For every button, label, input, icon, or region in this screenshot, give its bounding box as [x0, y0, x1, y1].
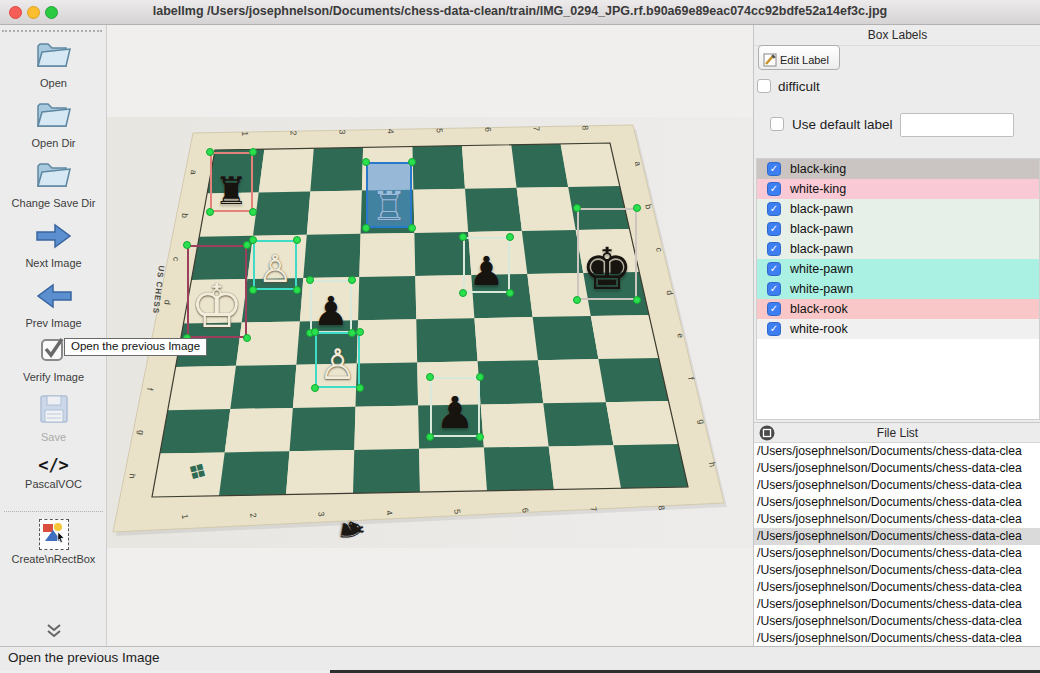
board-square	[219, 451, 290, 496]
box-corner-handle[interactable]	[506, 289, 514, 297]
box-corner-handle[interactable]	[408, 224, 416, 232]
board-square	[303, 234, 360, 278]
box-corner-handle[interactable]	[506, 233, 514, 241]
toolbar-button-next-image[interactable]: Next Image	[0, 222, 107, 269]
toolbar-separator	[4, 511, 103, 512]
board-square	[286, 450, 354, 495]
board-square	[511, 144, 568, 188]
box-corner-handle[interactable]	[293, 286, 301, 294]
box-label-row-black-pawn[interactable]: ✓black-pawn	[757, 219, 1039, 239]
box-corner-handle[interactable]	[459, 289, 467, 297]
box-label-row-black-rook[interactable]: ✓black-rook	[757, 299, 1039, 319]
label-text: black-pawn	[790, 222, 853, 236]
fallen-knight-piece: ♞	[333, 514, 372, 547]
board-square	[474, 317, 538, 361]
right-panel: Box Labels Edit Label difficult Use defa…	[753, 25, 1040, 646]
save-floppy-icon	[39, 394, 69, 424]
board-square	[606, 401, 678, 445]
toolbar-button-open-dir[interactable]: Open Dir	[0, 98, 107, 149]
board-square	[225, 408, 293, 453]
label-visibility-checkbox[interactable]: ✓	[767, 182, 781, 196]
board-square	[168, 366, 236, 411]
board-square	[359, 233, 415, 277]
board-square	[478, 360, 544, 404]
box-corner-handle[interactable]	[249, 286, 257, 294]
file-list-row[interactable]: /Users/josephnelson/Documents/chess-data…	[754, 443, 1040, 460]
box-corner-handle[interactable]	[356, 384, 364, 392]
board-square	[290, 407, 356, 451]
app-window: labelImg /Users/josephnelson/Documents/c…	[0, 0, 1040, 673]
file-list[interactable]: /Users/josephnelson/Documents/chess-data…	[754, 443, 1040, 646]
box-corner-handle[interactable]	[306, 276, 314, 284]
toolbar: Open Open Dir Change Save Dir Next Image	[0, 25, 107, 646]
box-label-row-white-pawn[interactable]: ✓white-pawn	[757, 259, 1039, 279]
toolbar-button-open[interactable]: Open	[0, 38, 107, 89]
toolbar-button-create-rectbox[interactable]: Create\nRectBox	[0, 519, 107, 565]
board-square	[598, 358, 668, 402]
box-corner-handle[interactable]	[249, 236, 257, 244]
file-list-row[interactable]: /Users/josephnelson/Documents/chess-data…	[754, 545, 1040, 562]
folder-icon	[32, 38, 76, 70]
arrow-left-icon	[35, 282, 73, 310]
board-square	[353, 449, 420, 494]
toolbar-label: PascalVOC	[0, 478, 107, 490]
label-text: black-rook	[790, 302, 848, 316]
box-corner-handle[interactable]	[633, 204, 641, 212]
board-square	[230, 365, 296, 409]
board-coordinate-label: 8	[580, 125, 590, 130]
toolbar-button-prev-image[interactable]: Prev Image	[0, 282, 107, 329]
box-corner-handle[interactable]	[362, 158, 370, 166]
board-square	[413, 146, 466, 190]
file-list-row[interactable]: /Users/josephnelson/Documents/chess-data…	[754, 477, 1040, 494]
board-square	[549, 445, 621, 489]
board-square	[160, 409, 230, 454]
board-coordinate-label: 4	[386, 129, 396, 134]
toolbar-label: Verify Image	[0, 371, 107, 383]
file-list-header: File List	[754, 422, 1040, 443]
board-square	[462, 145, 517, 189]
toolbar-label: Change Save Dir	[0, 197, 107, 209]
default-label-input[interactable]	[900, 113, 1014, 137]
bounding-box-white-pawn[interactable]	[315, 332, 360, 388]
file-list-title: File List	[754, 426, 1040, 440]
board-square	[538, 359, 606, 403]
box-corner-handle[interactable]	[426, 433, 434, 441]
board-square	[354, 406, 419, 450]
label-text: white-pawn	[790, 262, 853, 276]
board-coordinate-label: 1	[240, 131, 250, 136]
toolbar-button-change-save-dir[interactable]: Change Save Dir	[0, 158, 107, 209]
box-corner-handle[interactable]	[206, 208, 214, 216]
box-corner-handle[interactable]	[249, 148, 257, 156]
label-text: black-king	[790, 162, 846, 176]
bounding-box-black-king[interactable]	[577, 208, 637, 300]
board-square	[481, 403, 549, 447]
edit-pencil-icon	[763, 53, 777, 67]
box-corner-handle[interactable]	[573, 296, 581, 304]
status-bar: Open the previous Image	[0, 646, 1040, 671]
label-text: white-king	[790, 182, 846, 196]
file-list-row[interactable]: /Users/josephnelson/Documents/chess-data…	[754, 511, 1040, 528]
label-visibility-checkbox[interactable]: ✓	[767, 202, 781, 216]
board-square	[358, 276, 416, 320]
toolbar-more-button[interactable]	[0, 623, 107, 642]
bounding-box-black-pawn[interactable]	[310, 280, 352, 333]
title-bar: labelImg /Users/josephnelson/Documents/c…	[0, 0, 1040, 25]
bounding-box-white-rook-selected[interactable]	[366, 162, 412, 228]
toolbar-drag-handle[interactable]	[2, 30, 102, 32]
box-corner-handle[interactable]	[633, 296, 641, 304]
folder-open-icon	[32, 98, 76, 130]
box-corner-handle[interactable]	[348, 276, 356, 284]
double-chevron-down-icon	[46, 623, 62, 638]
toolbar-label: Create\nRectBox	[0, 553, 107, 565]
file-list-row[interactable]: /Users/josephnelson/Documents/chess-data…	[754, 579, 1040, 596]
board-square	[533, 316, 599, 360]
arrow-right-icon	[35, 222, 73, 250]
folder-save-icon	[32, 158, 76, 190]
box-corner-handle[interactable]	[459, 233, 467, 241]
box-labels-header: Box Labels	[754, 25, 1040, 46]
file-list-row-selected[interactable]: /Users/josephnelson/Documents/chess-data…	[754, 528, 1040, 545]
board-square	[253, 192, 310, 236]
label-visibility-checkbox[interactable]: ✓	[767, 262, 781, 276]
box-corner-handle[interactable]	[348, 329, 356, 337]
board-square	[416, 318, 477, 362]
box-label-row-white-king[interactable]: ✓white-king	[757, 179, 1039, 199]
file-list-row[interactable]: /Users/josephnelson/Documents/chess-data…	[754, 494, 1040, 511]
box-label-row-black-pawn[interactable]: ✓black-pawn	[757, 239, 1039, 259]
toolbar-label: Open Dir	[0, 137, 107, 149]
image-canvas[interactable]: 11aa22bb33cc44dd55ee66ff77gg88hhUS CHESS…	[107, 25, 753, 646]
board-square	[517, 187, 576, 231]
difficult-label: difficult	[778, 79, 820, 94]
box-corner-handle[interactable]	[206, 148, 214, 156]
board-square	[413, 189, 468, 233]
box-corner-handle[interactable]	[293, 236, 301, 244]
toolbar-button-pascalvoc[interactable]: </> PascalVOC	[0, 455, 107, 490]
board-coordinate-label: 6	[483, 127, 493, 132]
box-corner-handle[interactable]	[476, 433, 484, 441]
label-visibility-checkbox[interactable]: ✓	[767, 282, 781, 296]
board-coordinate-label: 7	[532, 126, 542, 131]
label-visibility-checkbox[interactable]: ✓	[767, 162, 781, 176]
board-square	[614, 444, 689, 488]
box-label-row-black-king[interactable]: ✓black-king	[757, 159, 1039, 179]
bounding-box-black-rook[interactable]	[210, 152, 253, 212]
board-square	[465, 188, 522, 232]
edit-label-button[interactable]: Edit Label	[758, 45, 840, 70]
file-list-row[interactable]: /Users/josephnelson/Documents/chess-data…	[754, 562, 1040, 579]
file-list-row[interactable]: /Users/josephnelson/Documents/chess-data…	[754, 460, 1040, 477]
board-coordinate-label: 2	[289, 130, 299, 135]
box-corner-handle[interactable]	[243, 334, 251, 342]
bounding-box-white-king[interactable]	[187, 245, 247, 338]
toolbar-label: Save	[0, 431, 107, 443]
difficult-checkbox[interactable]	[757, 79, 771, 93]
label-visibility-checkbox[interactable]: ✓	[767, 222, 781, 236]
toolbar-label: Open	[0, 77, 107, 89]
board-square	[484, 446, 554, 490]
file-list-row[interactable]: /Users/josephnelson/Documents/chess-data…	[754, 630, 1040, 646]
toolbar-label: Prev Image	[0, 317, 107, 329]
label-visibility-checkbox[interactable]: ✓	[767, 302, 781, 316]
board-square	[357, 319, 417, 363]
box-label-list[interactable]: ✓black-king✓white-king✓black-pawn✓black-…	[756, 158, 1040, 420]
box-label-row-white-rook[interactable]: ✓white-rook	[757, 319, 1039, 339]
bounding-box-black-pawn[interactable]	[430, 377, 480, 437]
board-square	[310, 147, 363, 191]
label-text: black-pawn	[790, 242, 853, 256]
file-list-row[interactable]: /Users/josephnelson/Documents/chess-data…	[754, 613, 1040, 630]
board-square	[259, 148, 314, 192]
box-corner-handle[interactable]	[362, 224, 370, 232]
board-square	[419, 448, 487, 492]
create-rectbox-icon	[39, 519, 69, 550]
file-list-row[interactable]: /Users/josephnelson/Documents/chess-data…	[754, 596, 1040, 613]
board-coordinate-label: 3	[337, 130, 347, 135]
tooltip: Open the previous Image	[64, 338, 207, 356]
window-title: labelImg /Users/josephnelson/Documents/c…	[0, 4, 1040, 18]
box-corner-handle[interactable]	[311, 328, 319, 336]
use-default-label-checkbox[interactable]	[770, 117, 784, 131]
box-corner-handle[interactable]	[408, 158, 416, 166]
toolbar-button-save[interactable]: Save	[0, 394, 107, 443]
label-visibility-checkbox[interactable]: ✓	[767, 322, 781, 336]
label-text: white-rook	[790, 322, 848, 336]
label-text: white-pawn	[790, 282, 853, 296]
board-square	[307, 191, 362, 235]
edit-label-text: Edit Label	[780, 54, 829, 66]
box-label-row-white-pawn[interactable]: ✓white-pawn	[757, 279, 1039, 299]
board-square	[591, 315, 659, 359]
box-corner-handle[interactable]	[183, 241, 191, 249]
box-corner-handle[interactable]	[476, 373, 484, 381]
board-square	[543, 402, 613, 446]
box-corner-handle[interactable]	[311, 384, 319, 392]
bounding-box-white-pawn[interactable]	[253, 240, 297, 290]
code-brackets-icon: </>	[0, 455, 107, 475]
box-corner-handle[interactable]	[426, 373, 434, 381]
board-square	[522, 230, 583, 274]
board-coordinate-label: 5	[434, 128, 444, 133]
toolbar-label: Next Image	[0, 257, 107, 269]
box-corner-handle[interactable]	[249, 208, 257, 216]
label-visibility-checkbox[interactable]: ✓	[767, 242, 781, 256]
label-text: black-pawn	[790, 202, 853, 216]
bounding-box-black-pawn[interactable]	[463, 237, 510, 293]
board-square	[356, 362, 419, 406]
box-corner-handle[interactable]	[573, 204, 581, 212]
box-label-row-black-pawn[interactable]: ✓black-pawn	[757, 199, 1039, 219]
use-default-label-text: Use default label	[792, 117, 893, 132]
box-corner-handle[interactable]	[356, 328, 364, 336]
